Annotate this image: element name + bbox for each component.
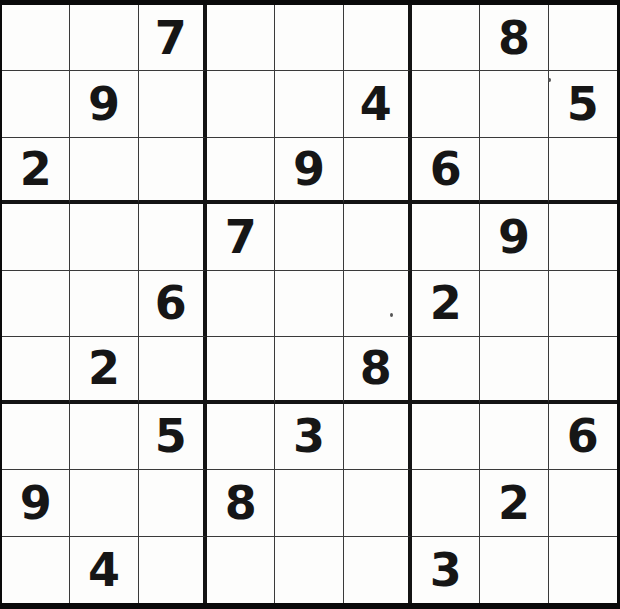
cell-r1c5[interactable] bbox=[275, 5, 343, 71]
cell-r4c8[interactable]: 9 bbox=[480, 204, 548, 270]
cell-r9c5[interactable] bbox=[275, 537, 343, 603]
cell-r7c2[interactable] bbox=[70, 404, 138, 470]
cell-r3c7[interactable]: 6 bbox=[412, 138, 480, 204]
cell-r5c7[interactable]: 2 bbox=[412, 271, 480, 337]
cell-r5c9[interactable] bbox=[549, 271, 617, 337]
cell-r9c9[interactable] bbox=[549, 537, 617, 603]
cell-r2c6[interactable]: 4 bbox=[344, 71, 412, 137]
cell-r4c3[interactable] bbox=[139, 204, 207, 270]
cell-r9c6[interactable] bbox=[344, 537, 412, 603]
cell-r5c6[interactable] bbox=[344, 271, 412, 337]
cell-r1c4[interactable] bbox=[207, 5, 275, 71]
cell-r9c1[interactable] bbox=[2, 537, 70, 603]
cell-r4c7[interactable] bbox=[412, 204, 480, 270]
cell-r7c3[interactable]: 5 bbox=[139, 404, 207, 470]
cell-r7c1[interactable] bbox=[2, 404, 70, 470]
cell-r5c8[interactable] bbox=[480, 271, 548, 337]
cell-r2c5[interactable] bbox=[275, 71, 343, 137]
cell-r8c9[interactable] bbox=[549, 470, 617, 536]
cell-r6c7[interactable] bbox=[412, 337, 480, 403]
cell-r3c2[interactable] bbox=[70, 138, 138, 204]
cell-r2c2[interactable]: 9 bbox=[70, 71, 138, 137]
cell-r7c7[interactable] bbox=[412, 404, 480, 470]
cell-r4c1[interactable] bbox=[2, 204, 70, 270]
cell-r8c6[interactable] bbox=[344, 470, 412, 536]
cell-r5c1[interactable] bbox=[2, 271, 70, 337]
cell-r8c4[interactable]: 8 bbox=[207, 470, 275, 536]
cell-r7c8[interactable] bbox=[480, 404, 548, 470]
cell-r8c8[interactable]: 2 bbox=[480, 470, 548, 536]
cell-r1c9[interactable] bbox=[549, 5, 617, 71]
cell-r8c2[interactable] bbox=[70, 470, 138, 536]
cell-r7c5[interactable]: 3 bbox=[275, 404, 343, 470]
cell-r2c3[interactable] bbox=[139, 71, 207, 137]
cell-r5c3[interactable]: 6 bbox=[139, 271, 207, 337]
cell-r7c4[interactable] bbox=[207, 404, 275, 470]
cell-r4c5[interactable] bbox=[275, 204, 343, 270]
cell-r6c8[interactable] bbox=[480, 337, 548, 403]
cell-r6c4[interactable] bbox=[207, 337, 275, 403]
cell-r8c1[interactable]: 9 bbox=[2, 470, 70, 536]
cell-r1c6[interactable] bbox=[344, 5, 412, 71]
cell-r9c4[interactable] bbox=[207, 537, 275, 603]
sudoku-board: 7894529679622853698243 bbox=[0, 0, 620, 609]
cell-r2c9[interactable]: 5 bbox=[549, 71, 617, 137]
cell-r9c8[interactable] bbox=[480, 537, 548, 603]
cell-r1c2[interactable] bbox=[70, 5, 138, 71]
cell-r3c9[interactable] bbox=[549, 138, 617, 204]
cell-r7c9[interactable]: 6 bbox=[549, 404, 617, 470]
cell-r3c6[interactable] bbox=[344, 138, 412, 204]
cell-r6c9[interactable] bbox=[549, 337, 617, 403]
cell-r6c3[interactable] bbox=[139, 337, 207, 403]
cell-r8c5[interactable] bbox=[275, 470, 343, 536]
cell-r8c7[interactable] bbox=[412, 470, 480, 536]
cell-r3c8[interactable] bbox=[480, 138, 548, 204]
cell-r4c9[interactable] bbox=[549, 204, 617, 270]
cell-r6c5[interactable] bbox=[275, 337, 343, 403]
cell-r3c1[interactable]: 2 bbox=[2, 138, 70, 204]
cell-r4c2[interactable] bbox=[70, 204, 138, 270]
cell-r4c4[interactable]: 7 bbox=[207, 204, 275, 270]
cell-r6c2[interactable]: 2 bbox=[70, 337, 138, 403]
cell-r5c2[interactable] bbox=[70, 271, 138, 337]
cell-r5c5[interactable] bbox=[275, 271, 343, 337]
cell-r1c3[interactable]: 7 bbox=[139, 5, 207, 71]
cell-r1c8[interactable]: 8 bbox=[480, 5, 548, 71]
cell-r2c4[interactable] bbox=[207, 71, 275, 137]
cell-r9c3[interactable] bbox=[139, 537, 207, 603]
cell-r6c1[interactable] bbox=[2, 337, 70, 403]
cell-r1c7[interactable] bbox=[412, 5, 480, 71]
cell-r6c6[interactable]: 8 bbox=[344, 337, 412, 403]
cell-r1c1[interactable] bbox=[2, 5, 70, 71]
cell-r7c6[interactable] bbox=[344, 404, 412, 470]
cell-r3c3[interactable] bbox=[139, 138, 207, 204]
cell-r9c7[interactable]: 3 bbox=[412, 537, 480, 603]
cell-r9c2[interactable]: 4 bbox=[70, 537, 138, 603]
sudoku-page: 7894529679622853698243 bbox=[0, 0, 620, 609]
cell-r3c4[interactable] bbox=[207, 138, 275, 204]
cell-r4c6[interactable] bbox=[344, 204, 412, 270]
cell-r8c3[interactable] bbox=[139, 470, 207, 536]
cell-r2c8[interactable] bbox=[480, 71, 548, 137]
cell-r5c4[interactable] bbox=[207, 271, 275, 337]
cell-r2c1[interactable] bbox=[2, 71, 70, 137]
cell-r2c7[interactable] bbox=[412, 71, 480, 137]
cell-r3c5[interactable]: 9 bbox=[275, 138, 343, 204]
